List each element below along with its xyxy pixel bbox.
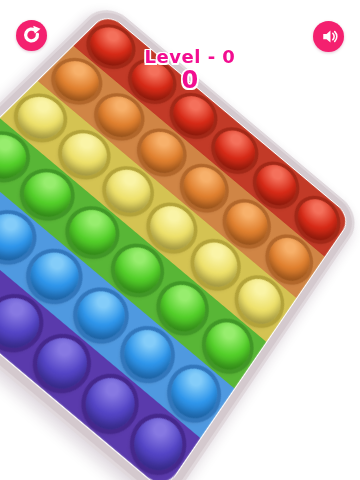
restart-icon [20, 24, 43, 47]
level-label: Level - 0 [100, 46, 280, 67]
score-value: 0 [100, 66, 280, 94]
game-screen: Level - 0 0 [0, 0, 360, 480]
speaker-on-icon [318, 26, 339, 47]
sound-button[interactable] [313, 21, 344, 52]
restart-button[interactable] [16, 20, 47, 51]
